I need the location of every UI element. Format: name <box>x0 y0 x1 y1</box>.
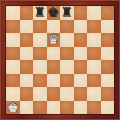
white-king-a1[interactable]: ♚ <box>7 100 19 113</box>
square-f8[interactable] <box>74 6 88 20</box>
square-c7[interactable] <box>33 20 47 34</box>
square-e7[interactable] <box>60 20 74 34</box>
square-a3[interactable] <box>6 74 20 88</box>
square-h3[interactable] <box>101 74 115 88</box>
square-f5[interactable] <box>74 47 88 61</box>
square-g5[interactable] <box>87 47 101 61</box>
square-c1[interactable] <box>33 101 47 115</box>
square-h1[interactable] <box>101 101 115 115</box>
square-b4[interactable] <box>20 60 34 74</box>
square-c3[interactable] <box>33 74 47 88</box>
square-g3[interactable] <box>87 74 101 88</box>
square-g7[interactable] <box>87 20 101 34</box>
square-h6[interactable] <box>101 33 115 47</box>
square-f7[interactable] <box>74 20 88 34</box>
square-g4[interactable] <box>87 60 101 74</box>
square-h2[interactable] <box>101 87 115 101</box>
square-e5[interactable] <box>60 47 74 61</box>
square-a1[interactable]: ♚ <box>6 101 20 115</box>
square-d3[interactable] <box>47 74 61 88</box>
square-g2[interactable] <box>87 87 101 101</box>
square-a5[interactable] <box>6 47 20 61</box>
square-b7[interactable] <box>20 20 34 34</box>
black-rook-c8[interactable]: ♜ <box>34 6 46 19</box>
square-b2[interactable] <box>20 87 34 101</box>
square-h4[interactable] <box>101 60 115 74</box>
square-d2[interactable] <box>47 87 61 101</box>
square-f2[interactable] <box>74 87 88 101</box>
square-e2[interactable] <box>60 87 74 101</box>
square-a6[interactable] <box>6 33 20 47</box>
chess-board: ♜♚♜♛♚ <box>6 6 114 114</box>
square-b5[interactable] <box>20 47 34 61</box>
square-e8[interactable]: ♜ <box>60 6 74 20</box>
square-a7[interactable] <box>6 20 20 34</box>
square-e1[interactable] <box>60 101 74 115</box>
square-g6[interactable] <box>87 33 101 47</box>
square-d8[interactable]: ♚ <box>47 6 61 20</box>
square-g1[interactable] <box>87 101 101 115</box>
square-b8[interactable] <box>20 6 34 20</box>
square-e3[interactable] <box>60 74 74 88</box>
square-h5[interactable] <box>101 47 115 61</box>
square-g8[interactable] <box>87 6 101 20</box>
white-queen-d6[interactable]: ♛ <box>47 33 59 46</box>
black-king-d8[interactable]: ♚ <box>47 6 59 19</box>
square-d1[interactable] <box>47 101 61 115</box>
square-f3[interactable] <box>74 74 88 88</box>
square-b3[interactable] <box>20 74 34 88</box>
square-f1[interactable] <box>74 101 88 115</box>
square-c5[interactable] <box>33 47 47 61</box>
square-e6[interactable] <box>60 33 74 47</box>
board-frame: ♜♚♜♛♚ <box>0 0 120 120</box>
square-e4[interactable] <box>60 60 74 74</box>
square-h7[interactable] <box>101 20 115 34</box>
square-b6[interactable] <box>20 33 34 47</box>
square-a4[interactable] <box>6 60 20 74</box>
square-c6[interactable] <box>33 33 47 47</box>
square-c4[interactable] <box>33 60 47 74</box>
square-b1[interactable] <box>20 101 34 115</box>
square-d4[interactable] <box>47 60 61 74</box>
square-d6[interactable]: ♛ <box>47 33 61 47</box>
square-d5[interactable] <box>47 47 61 61</box>
square-h8[interactable] <box>101 6 115 20</box>
square-f4[interactable] <box>74 60 88 74</box>
square-f6[interactable] <box>74 33 88 47</box>
square-a8[interactable] <box>6 6 20 20</box>
black-rook-e8[interactable]: ♜ <box>61 6 73 19</box>
square-c8[interactable]: ♜ <box>33 6 47 20</box>
square-c2[interactable] <box>33 87 47 101</box>
